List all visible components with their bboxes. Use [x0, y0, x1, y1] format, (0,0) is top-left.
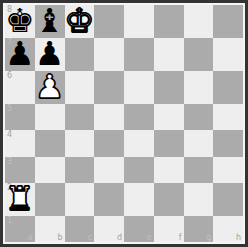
square-h8[interactable] [213, 5, 243, 38]
square-f4[interactable] [154, 130, 184, 156]
square-h4[interactable] [213, 130, 243, 156]
square-h7[interactable] [213, 38, 243, 71]
square-e5[interactable] [124, 104, 154, 130]
file-label-d: d [117, 233, 122, 242]
black-king-a8[interactable]: ♚ [5, 4, 35, 37]
white-pawn-b6[interactable]: ♟ [35, 70, 65, 103]
square-g2[interactable] [184, 183, 214, 216]
rank-label-3: 3 [7, 157, 12, 166]
square-f1[interactable]: f [154, 216, 184, 242]
square-a1[interactable]: 1a [5, 216, 35, 242]
square-e7[interactable] [124, 38, 154, 71]
square-a2[interactable]: 2♜ [5, 183, 35, 216]
square-g1[interactable]: g [184, 216, 214, 242]
file-label-a: a [28, 233, 33, 242]
square-d1[interactable]: d [94, 216, 124, 242]
square-g3[interactable] [184, 157, 214, 183]
square-c5[interactable] [65, 104, 95, 130]
square-f7[interactable] [154, 38, 184, 71]
square-a5[interactable]: 5 [5, 104, 35, 130]
square-b3[interactable] [35, 157, 65, 183]
black-pawn-b7[interactable]: ♟ [35, 37, 65, 70]
square-b6[interactable]: ♟ [35, 71, 65, 104]
black-bishop-b8[interactable]: ♝ [35, 4, 65, 37]
rank-label-4: 4 [7, 130, 12, 139]
square-g6[interactable] [184, 71, 214, 104]
square-b4[interactable] [35, 130, 65, 156]
square-e3[interactable] [124, 157, 154, 183]
square-f5[interactable] [154, 104, 184, 130]
square-e2[interactable] [124, 183, 154, 216]
square-g4[interactable] [184, 130, 214, 156]
square-d3[interactable] [94, 157, 124, 183]
square-f3[interactable] [154, 157, 184, 183]
square-f2[interactable] [154, 183, 184, 216]
square-g8[interactable] [184, 5, 214, 38]
square-e4[interactable] [124, 130, 154, 156]
square-a4[interactable]: 4 [5, 130, 35, 156]
square-h6[interactable] [213, 71, 243, 104]
square-h2[interactable] [213, 183, 243, 216]
square-d4[interactable] [94, 130, 124, 156]
square-f8[interactable] [154, 5, 184, 38]
square-a7[interactable]: 7♟ [5, 38, 35, 71]
file-label-b: b [57, 233, 62, 242]
square-d5[interactable] [94, 104, 124, 130]
square-a6[interactable]: 6 [5, 71, 35, 104]
square-h3[interactable] [213, 157, 243, 183]
black-pawn-a7[interactable]: ♟ [5, 37, 35, 70]
square-c6[interactable] [65, 71, 95, 104]
square-d2[interactable] [94, 183, 124, 216]
square-e1[interactable]: e [124, 216, 154, 242]
square-c3[interactable] [65, 157, 95, 183]
file-label-g: g [206, 233, 211, 242]
chess-board: 8♚♝♚7♟♟6♟5432♜1abcdefgh [5, 5, 243, 242]
square-h1[interactable]: h [213, 216, 243, 242]
square-f6[interactable] [154, 71, 184, 104]
square-g7[interactable] [184, 38, 214, 71]
file-label-h: h [236, 233, 241, 242]
file-label-f: f [179, 233, 182, 242]
square-c8[interactable]: ♚ [65, 5, 95, 38]
square-d8[interactable] [94, 5, 124, 38]
square-d7[interactable] [94, 38, 124, 71]
square-c2[interactable] [65, 183, 95, 216]
chess-diagram-frame: 8♚♝♚7♟♟6♟5432♜1abcdefgh [0, 0, 248, 247]
white-king-c8[interactable]: ♚ [65, 4, 95, 37]
file-label-c: c [88, 233, 92, 242]
square-e8[interactable] [124, 5, 154, 38]
file-label-e: e [147, 233, 152, 242]
square-h5[interactable] [213, 104, 243, 130]
square-b1[interactable]: b [35, 216, 65, 242]
square-c1[interactable]: c [65, 216, 95, 242]
square-d6[interactable] [94, 71, 124, 104]
square-c7[interactable] [65, 38, 95, 71]
square-g5[interactable] [184, 104, 214, 130]
white-rook-a2[interactable]: ♜ [5, 182, 35, 215]
square-b2[interactable] [35, 183, 65, 216]
square-c4[interactable] [65, 130, 95, 156]
square-e6[interactable] [124, 71, 154, 104]
rank-label-5: 5 [7, 104, 12, 113]
square-b5[interactable] [35, 104, 65, 130]
